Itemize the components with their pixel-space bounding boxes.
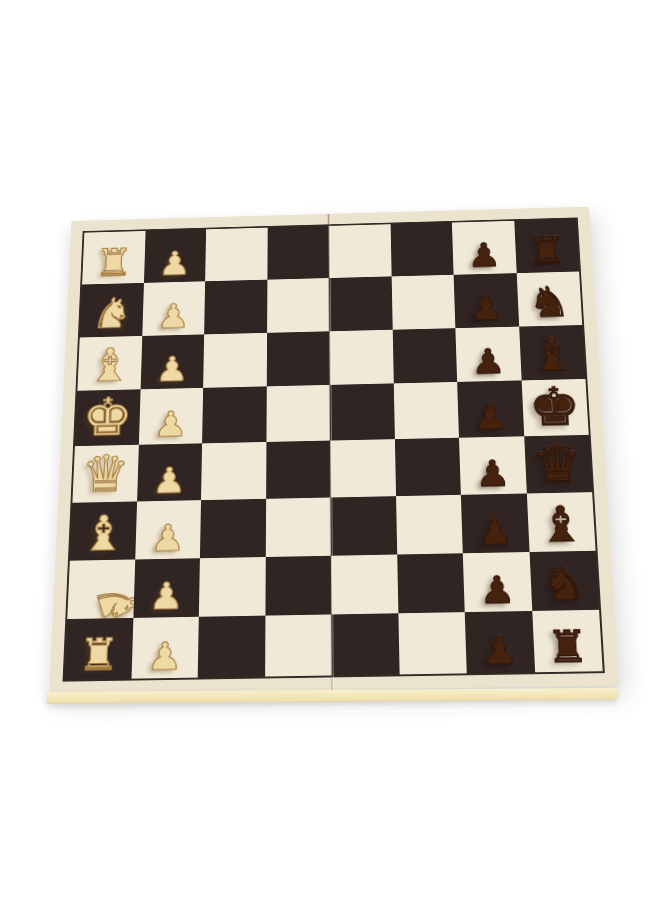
square-r1c2[interactable]: ♟ <box>144 229 207 282</box>
square-r2c8[interactable]: ♞ <box>516 271 582 326</box>
square-r6c8[interactable]: ♝ <box>526 492 595 552</box>
white-pawn[interactable]: ♟ <box>150 519 185 556</box>
square-r5c6[interactable] <box>394 438 460 496</box>
square-r1c6[interactable] <box>390 223 453 277</box>
square-r7c3[interactable] <box>199 557 265 617</box>
black-rook[interactable]: ♜ <box>526 231 566 270</box>
square-r6c7[interactable]: ♟ <box>461 493 529 553</box>
black-pawn[interactable]: ♟ <box>481 631 518 670</box>
square-r3c7[interactable]: ♟ <box>455 326 521 382</box>
product-photo: ♜♟♟♜♞♟♟♞♝♟♟♝♚♟♟♚♛♟♟♛♝♟♟♝♞♟♟♞♜♟♟♜ <box>0 0 660 900</box>
square-r7c2[interactable]: ♟ <box>133 558 200 618</box>
playing-area: ♜♟♟♜♞♟♟♞♝♟♟♝♚♟♟♚♛♟♟♛♝♟♟♝♞♟♟♞♜♟♟♜ <box>63 217 605 681</box>
square-r4c8[interactable]: ♚ <box>521 379 589 436</box>
square-r5c4[interactable] <box>266 441 331 499</box>
square-r2c5[interactable] <box>329 276 392 331</box>
square-r5c2[interactable]: ♟ <box>137 443 202 501</box>
square-r8c3[interactable] <box>198 616 265 678</box>
black-pawn[interactable]: ♟ <box>473 399 509 435</box>
square-r7c7[interactable]: ♟ <box>463 552 532 613</box>
white-pawn[interactable]: ♟ <box>153 406 188 442</box>
square-r5c5[interactable] <box>330 439 395 497</box>
square-r8c1[interactable]: ♜ <box>65 618 133 680</box>
square-r2c1[interactable]: ♞ <box>80 283 144 337</box>
square-r4c3[interactable] <box>202 387 266 444</box>
white-rook[interactable]: ♜ <box>78 632 120 676</box>
black-pawn[interactable]: ♟ <box>469 291 504 325</box>
white-queen[interactable]: ♛ <box>80 448 130 499</box>
square-r3c1[interactable]: ♝ <box>77 336 141 391</box>
black-pawn[interactable]: ♟ <box>471 344 506 379</box>
black-bishop[interactable]: ♝ <box>528 331 575 377</box>
black-knight[interactable]: ♞ <box>527 280 571 323</box>
white-king[interactable]: ♚ <box>81 390 133 443</box>
square-r8c4[interactable] <box>265 615 332 677</box>
black-pawn[interactable]: ♟ <box>475 455 511 492</box>
square-r7c5[interactable] <box>331 554 398 615</box>
square-r1c4[interactable] <box>267 226 329 280</box>
board-side-edge <box>47 688 617 704</box>
square-r5c1[interactable]: ♛ <box>72 445 138 503</box>
white-pawn[interactable]: ♟ <box>152 462 187 498</box>
square-r7c4[interactable] <box>265 555 331 616</box>
white-rook[interactable]: ♜ <box>94 243 133 281</box>
white-pawn[interactable]: ♟ <box>157 299 191 333</box>
white-pawn[interactable]: ♟ <box>148 577 184 615</box>
black-king[interactable]: ♚ <box>528 380 582 434</box>
square-r6c2[interactable]: ♟ <box>135 500 201 559</box>
square-r5c8[interactable]: ♛ <box>524 435 592 493</box>
square-r3c2[interactable]: ♟ <box>140 334 204 390</box>
square-r2c7[interactable]: ♟ <box>454 273 519 328</box>
white-pawn[interactable]: ♟ <box>158 246 191 279</box>
square-r4c1[interactable]: ♚ <box>75 390 140 447</box>
board-rotation-wrapper: ♜♟♟♜♞♟♟♞♝♟♟♝♚♟♟♚♛♟♟♛♝♟♟♝♞♟♟♞♜♟♟♜ <box>43 148 617 704</box>
square-r1c5[interactable] <box>329 224 392 278</box>
white-knight[interactable]: ♞ <box>90 292 133 335</box>
square-r7c6[interactable] <box>397 553 465 614</box>
square-r4c2[interactable]: ♟ <box>138 388 203 445</box>
square-r4c5[interactable] <box>330 384 395 441</box>
white-bishop[interactable]: ♝ <box>80 508 127 557</box>
square-r2c3[interactable] <box>204 279 267 334</box>
square-r3c6[interactable] <box>392 328 457 384</box>
square-r8c7[interactable]: ♟ <box>465 611 535 673</box>
black-queen[interactable]: ♛ <box>532 438 584 490</box>
square-r3c8[interactable]: ♝ <box>519 325 586 381</box>
square-r7c1[interactable]: ♞ <box>67 559 135 619</box>
black-bishop[interactable]: ♝ <box>536 499 585 548</box>
square-r1c1[interactable]: ♜ <box>82 231 145 284</box>
square-r6c5[interactable] <box>330 496 396 555</box>
square-r4c6[interactable] <box>393 382 459 439</box>
square-r8c5[interactable] <box>331 614 399 676</box>
square-r1c3[interactable] <box>205 228 267 281</box>
square-r1c8[interactable]: ♜ <box>514 219 579 273</box>
square-r2c6[interactable] <box>391 275 455 330</box>
square-r8c8[interactable]: ♜ <box>532 610 603 672</box>
square-r4c4[interactable] <box>266 385 330 442</box>
square-r3c3[interactable] <box>203 332 267 388</box>
black-pawn[interactable]: ♟ <box>467 238 501 272</box>
square-r1c7[interactable]: ♟ <box>452 221 516 275</box>
square-r8c2[interactable]: ♟ <box>131 617 199 679</box>
square-r6c4[interactable] <box>265 497 331 556</box>
square-r3c4[interactable] <box>266 331 329 387</box>
square-r3c5[interactable] <box>329 329 393 385</box>
square-r2c4[interactable] <box>267 278 330 333</box>
square-r5c3[interactable] <box>201 442 266 500</box>
square-r6c3[interactable] <box>200 499 266 558</box>
black-rook[interactable]: ♜ <box>546 624 590 669</box>
black-pawn[interactable]: ♟ <box>479 571 516 609</box>
white-pawn[interactable]: ♟ <box>155 352 189 387</box>
square-r2c2[interactable]: ♟ <box>142 281 205 335</box>
black-pawn[interactable]: ♟ <box>477 512 514 549</box>
white-pawn[interactable]: ♟ <box>147 637 183 676</box>
square-r5c7[interactable]: ♟ <box>459 436 526 494</box>
black-knight[interactable]: ♞ <box>541 560 588 608</box>
square-r4c7[interactable]: ♟ <box>457 381 524 438</box>
white-bishop[interactable]: ♝ <box>87 342 133 388</box>
square-r7c8[interactable]: ♞ <box>529 550 599 611</box>
square-r6c6[interactable] <box>396 495 463 554</box>
square-r8c6[interactable] <box>398 612 467 674</box>
chess-board: ♜♟♟♜♞♟♟♞♝♟♟♝♚♟♟♚♛♟♟♛♝♟♟♝♞♟♟♞♜♟♟♜ <box>49 207 619 695</box>
square-r6c1[interactable]: ♝ <box>70 501 137 560</box>
